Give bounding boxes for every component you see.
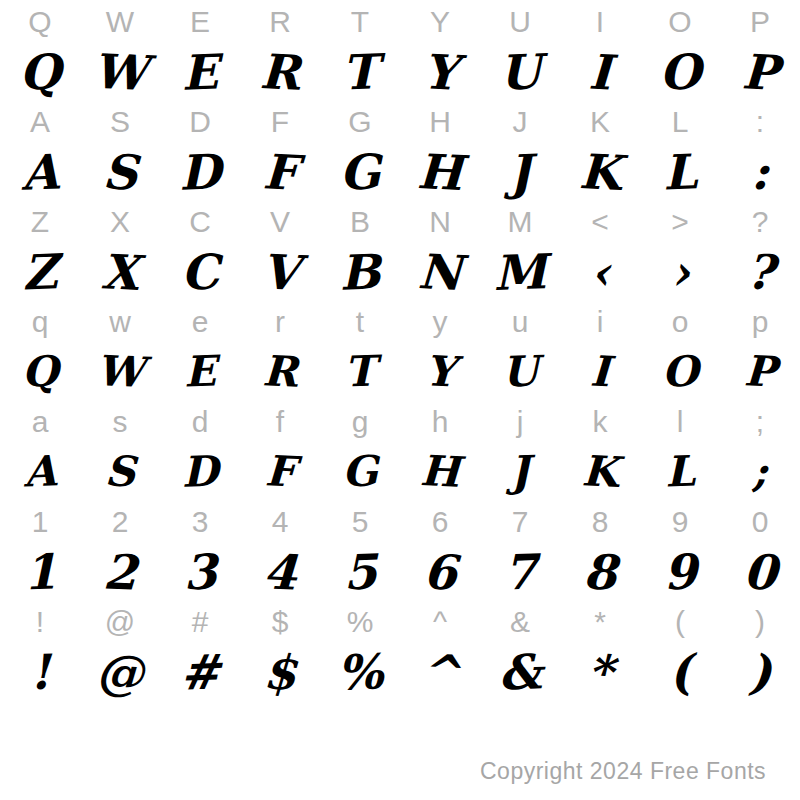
label-cell: 2 — [80, 500, 160, 544]
row-pair-1: QWERTYUIOPQWERTYUIOP — [0, 0, 800, 100]
glyph-cell: 0 — [719, 542, 800, 601]
glyph-cell: O — [639, 43, 721, 102]
label-cell: U — [480, 0, 560, 44]
label-cell: g — [320, 400, 400, 444]
glyph-cell: Q — [0, 343, 81, 402]
label-cell: O — [640, 0, 720, 44]
glyph-cell: › — [639, 243, 721, 302]
glyph-cell: W — [79, 42, 161, 101]
label-cell: ) — [720, 600, 800, 644]
label-cell: R — [240, 0, 320, 44]
label-cell: 1 — [0, 500, 80, 544]
row-pair-3: ZXCVBNM<>?ZXCVBNM‹›? — [0, 200, 800, 300]
label-cell: T — [320, 0, 400, 44]
label-cell: d — [160, 400, 240, 444]
label-cell: u — [480, 300, 560, 344]
label-cell: ^ — [400, 600, 480, 644]
glyph-cell: 4 — [239, 542, 321, 601]
glyph-cell: L — [639, 143, 721, 202]
label-row-4: qwertyuiop — [0, 300, 800, 344]
glyph-cell: # — [159, 643, 241, 702]
glyph-cell: T — [319, 43, 401, 102]
label-cell: V — [240, 200, 320, 244]
glyph-cell: Y — [399, 42, 481, 101]
row-pair-6: 12345678901234567890 — [0, 500, 800, 600]
glyph-cell: ? — [719, 242, 800, 301]
glyph-cell: L — [639, 443, 721, 502]
label-row-1: QWERTYUIOP — [0, 0, 800, 44]
label-cell: Y — [400, 0, 480, 44]
label-cell: f — [240, 400, 320, 444]
glyph-cell: ( — [639, 643, 721, 702]
glyph-cell: K — [559, 142, 641, 201]
row-pair-2: ASDFGHJKL:ASDFGHJKL: — [0, 100, 800, 200]
label-cell: j — [480, 400, 560, 444]
glyph-cell: O — [639, 343, 721, 402]
label-cell: $ — [240, 600, 320, 644]
glyph-cell: 1 — [0, 543, 81, 602]
label-cell: H — [400, 100, 480, 144]
glyph-cell: U — [479, 343, 561, 402]
glyph-row-3: ZXCVBNM‹›? — [0, 244, 800, 300]
label-cell: ( — [640, 600, 720, 644]
label-cell: E — [160, 0, 240, 44]
glyph-cell: 7 — [479, 543, 561, 602]
label-cell: 6 — [400, 500, 480, 544]
label-cell: y — [400, 300, 480, 344]
glyph-cell: : — [719, 142, 800, 201]
glyph-cell: X — [79, 242, 161, 301]
label-cell: S — [80, 100, 160, 144]
label-cell: G — [320, 100, 400, 144]
label-cell: 5 — [320, 500, 400, 544]
label-cell: e — [160, 300, 240, 344]
glyph-row-4: QWERTYUIOP — [0, 344, 800, 400]
glyph-cell: N — [399, 242, 481, 301]
glyph-cell: F — [239, 142, 321, 201]
label-cell: k — [560, 400, 640, 444]
label-cell: Q — [0, 0, 80, 44]
label-cell: 3 — [160, 500, 240, 544]
glyph-cell: $ — [239, 642, 321, 701]
glyph-cell: G — [319, 143, 401, 202]
label-cell: o — [640, 300, 720, 344]
label-cell: D — [160, 100, 240, 144]
glyph-cell: R — [239, 42, 321, 101]
label-cell: A — [0, 100, 80, 144]
label-row-3: ZXCVBNM<>? — [0, 200, 800, 244]
label-row-6: 1234567890 — [0, 500, 800, 544]
label-cell: W — [80, 0, 160, 44]
label-cell: K — [560, 100, 640, 144]
glyph-cell: ! — [0, 643, 81, 702]
glyph-cell: M — [479, 243, 561, 302]
row-pair-7: !@#$%^&*()!@#$%^&*() — [0, 600, 800, 700]
glyph-cell: K — [559, 442, 641, 501]
glyph-cell: H — [399, 142, 481, 201]
glyph-cell: J — [479, 443, 561, 502]
glyph-cell: 9 — [639, 543, 721, 602]
label-cell: i — [560, 300, 640, 344]
label-cell: : — [720, 100, 800, 144]
glyph-cell: 5 — [319, 543, 401, 602]
glyph-cell: Y — [399, 342, 481, 401]
glyph-cell: % — [319, 643, 401, 702]
font-specimen-sheet: QWERTYUIOPQWERTYUIOPASDFGHJKL:ASDFGHJKL:… — [0, 0, 800, 800]
label-cell: a — [0, 400, 80, 444]
glyph-cell: D — [159, 143, 241, 202]
glyph-cell: ; — [719, 442, 800, 501]
label-cell: # — [160, 600, 240, 644]
label-cell: I — [560, 0, 640, 44]
label-cell: ? — [720, 200, 800, 244]
glyph-cell: T — [319, 343, 401, 402]
label-cell: & — [480, 600, 560, 644]
glyph-cell: 8 — [559, 542, 641, 601]
glyph-cell: J — [479, 143, 561, 202]
label-cell: 0 — [720, 500, 800, 544]
row-pair-5: asdfghjkl;ASDFGHJKL; — [0, 400, 800, 500]
label-cell: q — [0, 300, 80, 344]
glyph-cell: E — [159, 43, 241, 102]
glyph-cell: B — [319, 243, 401, 302]
label-cell: @ — [80, 600, 160, 644]
label-cell: F — [240, 100, 320, 144]
label-cell: 4 — [240, 500, 320, 544]
label-row-2: ASDFGHJKL: — [0, 100, 800, 144]
label-row-5: asdfghjkl; — [0, 400, 800, 444]
glyph-row-5: ASDFGHJKL; — [0, 444, 800, 500]
label-cell: s — [80, 400, 160, 444]
label-row-7: !@#$%^&*() — [0, 600, 800, 644]
glyph-cell: 2 — [79, 542, 161, 601]
glyph-cell: S — [79, 442, 161, 501]
glyph-row-1: QWERTYUIOP — [0, 44, 800, 100]
label-cell: w — [80, 300, 160, 344]
label-cell: Z — [0, 200, 80, 244]
label-cell: ; — [720, 400, 800, 444]
row-pair-4: qwertyuiopQWERTYUIOP — [0, 300, 800, 400]
glyph-cell: ^ — [399, 642, 481, 701]
glyph-cell: * — [559, 642, 641, 701]
glyph-cell: U — [479, 43, 561, 102]
label-cell: P — [720, 0, 800, 44]
label-cell: > — [640, 200, 720, 244]
glyph-cell: A — [0, 443, 81, 502]
glyph-cell: G — [319, 443, 401, 502]
glyph-cell: Z — [0, 243, 81, 302]
glyph-cell: W — [79, 342, 161, 401]
glyph-cell: ‹ — [559, 242, 641, 301]
glyph-row-6: 1234567890 — [0, 544, 800, 600]
label-cell: % — [320, 600, 400, 644]
glyph-cell: V — [239, 242, 321, 301]
glyph-cell: P — [719, 42, 800, 101]
label-cell: ! — [0, 600, 80, 644]
label-cell: B — [320, 200, 400, 244]
glyph-cell: @ — [79, 642, 161, 701]
label-cell: p — [720, 300, 800, 344]
glyph-cell: S — [79, 142, 161, 201]
label-cell: N — [400, 200, 480, 244]
glyph-cell: C — [159, 243, 241, 302]
label-cell: C — [160, 200, 240, 244]
glyph-cell: 3 — [159, 543, 241, 602]
label-cell: h — [400, 400, 480, 444]
label-cell: t — [320, 300, 400, 344]
glyph-cell: P — [719, 342, 800, 401]
glyph-cell: 6 — [399, 542, 481, 601]
label-cell: r — [240, 300, 320, 344]
label-cell: M — [480, 200, 560, 244]
glyph-cell: A — [0, 143, 81, 202]
label-cell: * — [560, 600, 640, 644]
glyph-row-2: ASDFGHJKL: — [0, 144, 800, 200]
label-cell: 7 — [480, 500, 560, 544]
label-cell: X — [80, 200, 160, 244]
glyph-cell: R — [239, 342, 321, 401]
glyph-cell: Q — [0, 43, 81, 102]
character-grid: QWERTYUIOPQWERTYUIOPASDFGHJKL:ASDFGHJKL:… — [0, 0, 800, 700]
glyph-cell: D — [159, 443, 241, 502]
glyph-cell: & — [479, 643, 561, 702]
glyph-cell: ) — [719, 642, 800, 701]
glyph-cell: F — [239, 442, 321, 501]
label-cell: L — [640, 100, 720, 144]
label-cell: l — [640, 400, 720, 444]
copyright-text: Copyright 2024 Free Fonts — [480, 758, 800, 785]
label-cell: < — [560, 200, 640, 244]
glyph-cell: H — [399, 442, 481, 501]
glyph-cell: I — [559, 42, 641, 101]
glyph-cell: E — [159, 343, 241, 402]
label-cell: 8 — [560, 500, 640, 544]
label-cell: J — [480, 100, 560, 144]
glyph-cell: I — [559, 342, 641, 401]
label-cell: 9 — [640, 500, 720, 544]
glyph-row-7: !@#$%^&*() — [0, 644, 800, 700]
